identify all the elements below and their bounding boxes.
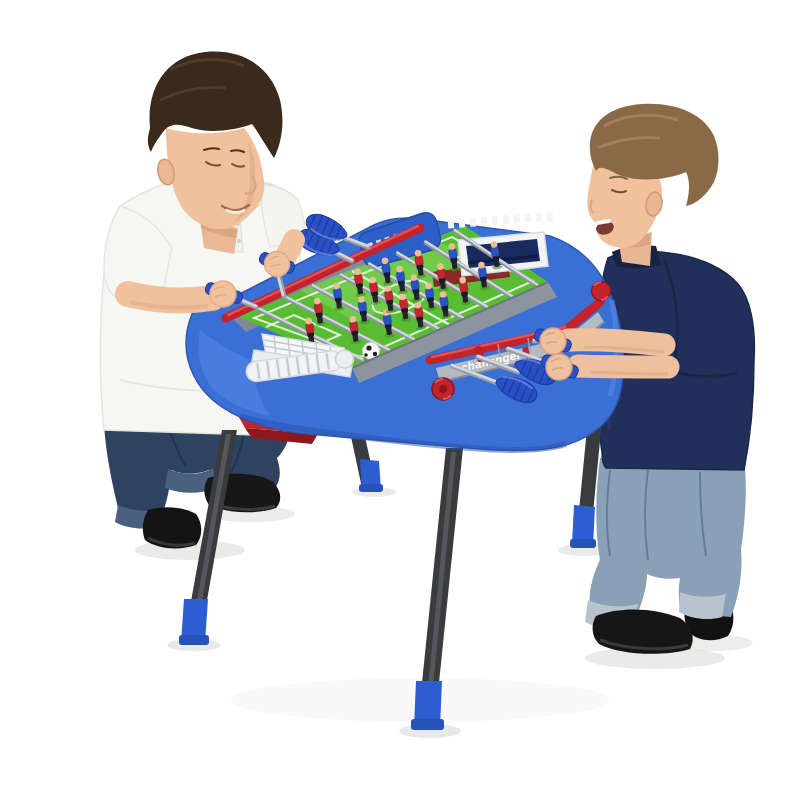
score-teeth-far: [448, 216, 556, 224]
left-boy-hand: [265, 252, 290, 277]
right-boy-hand: [546, 354, 572, 380]
right-boy-hand: [540, 328, 566, 354]
right-boy-jeans: [589, 458, 745, 617]
photo-stage: challenger: [0, 0, 800, 800]
scene-svg: challenger: [0, 0, 800, 800]
right-boy-forearm: [568, 340, 664, 345]
red-wheel: [432, 378, 454, 400]
right-boy-forearm: [578, 366, 668, 367]
left-boy-forearm: [128, 294, 212, 300]
corner-knob: [592, 282, 611, 301]
